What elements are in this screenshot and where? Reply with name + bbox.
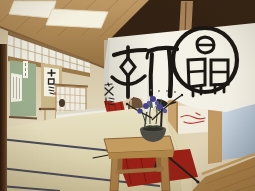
photo-japanese-room: 祈 晶 文緒 古 — [0, 0, 255, 191]
room-scene — [0, 0, 255, 191]
vignette-overlay — [0, 0, 255, 191]
